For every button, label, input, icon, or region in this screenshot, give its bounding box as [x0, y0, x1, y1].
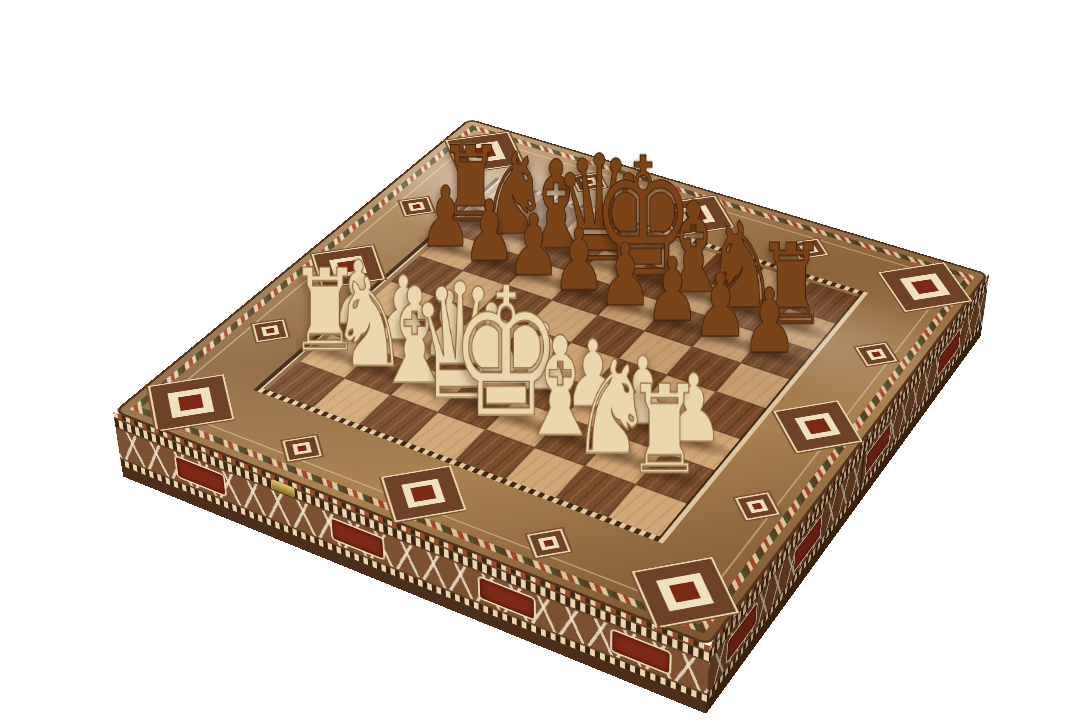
mosaic-medallion [252, 319, 288, 342]
pawn-glyph: ♟ [693, 261, 749, 350]
mosaic-medallion [632, 557, 739, 628]
mosaic-medallion [282, 435, 321, 461]
pawn-glyph: ♟ [742, 277, 798, 366]
pieces-layer: ♜♞♝♛♚♝♞♜♟♟♟♟♟♟♟♟♟♟♟♟♟♟♟♟♜♞♝♛♚♝♞♜ [267, 186, 858, 538]
mosaic-medallion [381, 465, 467, 522]
mosaic-medallion [855, 343, 897, 366]
mosaic-medallion [148, 374, 235, 432]
mosaic-medallion [735, 492, 780, 520]
mosaic-medallion [527, 529, 571, 558]
rook-glyph: ♜ [626, 369, 703, 492]
mosaic-medallion [773, 400, 863, 453]
board-frame: ♜♞♝♛♚♝♞♜♟♟♟♟♟♟♟♟♟♟♟♟♟♟♟♟♜♞♝♛♚♝♞♜ [113, 119, 989, 647]
mosaic-medallion [878, 262, 972, 312]
scene: ♜♞♝♛♚♝♞♜♟♟♟♟♟♟♟♟♟♟♟♟♟♟♟♟♜♞♝♛♚♝♞♜ [0, 0, 1080, 721]
